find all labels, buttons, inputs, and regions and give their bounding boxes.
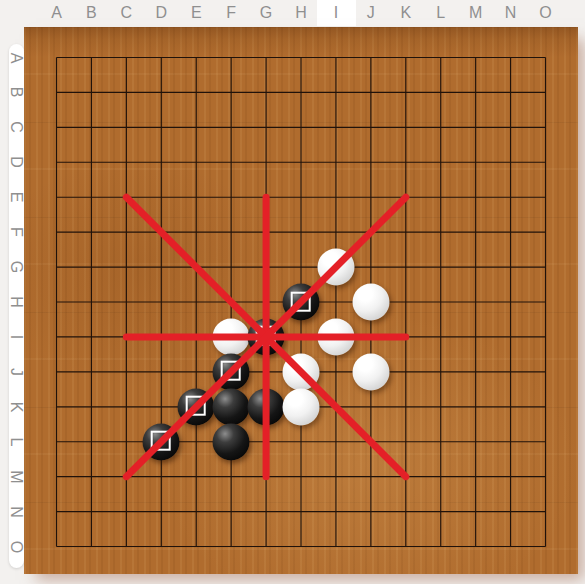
row-label-B: B bbox=[7, 87, 25, 98]
col-label-I: I bbox=[334, 3, 338, 22]
col-label-F: F bbox=[226, 3, 236, 22]
col-label-J: J bbox=[367, 3, 375, 22]
col-label-N: N bbox=[505, 3, 517, 22]
black-stone-GI bbox=[248, 318, 285, 355]
col-label-H: H bbox=[295, 3, 307, 22]
row-label-C: C bbox=[7, 122, 25, 134]
black-stone-FL bbox=[213, 423, 250, 460]
row-label-H: H bbox=[7, 296, 25, 308]
row-label-D: D bbox=[7, 157, 25, 169]
row-label-F: F bbox=[7, 227, 25, 237]
black-stone-GK bbox=[248, 388, 285, 425]
white-stone-FI bbox=[213, 318, 250, 355]
gomoku-app: ABCDEFGHIJKLMNO ABCDEFGHIJKLMNO bbox=[0, 0, 585, 584]
black-stone-FK bbox=[213, 388, 250, 425]
col-label-A: A bbox=[51, 3, 62, 22]
winning-stone-marker bbox=[150, 431, 170, 451]
white-stone-IG bbox=[317, 249, 354, 286]
black-stone-HH bbox=[283, 284, 320, 321]
row-label-N: N bbox=[7, 506, 25, 518]
winning-stone-marker bbox=[290, 291, 310, 311]
black-stone-EK bbox=[178, 388, 215, 425]
col-label-L: L bbox=[436, 3, 445, 22]
col-label-D: D bbox=[156, 3, 168, 22]
col-label-B: B bbox=[86, 3, 97, 22]
col-label-O: O bbox=[539, 3, 551, 22]
row-label-J: J bbox=[7, 368, 25, 376]
col-label-C: C bbox=[121, 3, 133, 22]
winning-stone-marker bbox=[220, 361, 240, 381]
col-label-G: G bbox=[260, 3, 272, 22]
black-stone-FJ bbox=[213, 353, 250, 390]
white-stone-JJ bbox=[352, 353, 389, 390]
row-label-I: I bbox=[7, 335, 25, 339]
row-label-O: O bbox=[7, 540, 25, 552]
black-stone-DL bbox=[143, 423, 180, 460]
row-label-G: G bbox=[7, 261, 25, 273]
row-label-E: E bbox=[7, 192, 25, 203]
white-stone-JH bbox=[352, 284, 389, 321]
winning-stone-marker bbox=[255, 326, 275, 346]
white-stone-HJ bbox=[283, 353, 320, 390]
col-label-K: K bbox=[400, 3, 411, 22]
row-label-L: L bbox=[7, 437, 25, 446]
col-label-E: E bbox=[191, 3, 202, 22]
row-label-A: A bbox=[7, 52, 25, 63]
white-stone-HK bbox=[283, 388, 320, 425]
winning-stone-marker bbox=[185, 396, 205, 416]
row-label-M: M bbox=[7, 470, 25, 483]
row-label-K: K bbox=[7, 401, 25, 412]
white-stone-II bbox=[317, 318, 354, 355]
col-label-M: M bbox=[469, 3, 482, 22]
